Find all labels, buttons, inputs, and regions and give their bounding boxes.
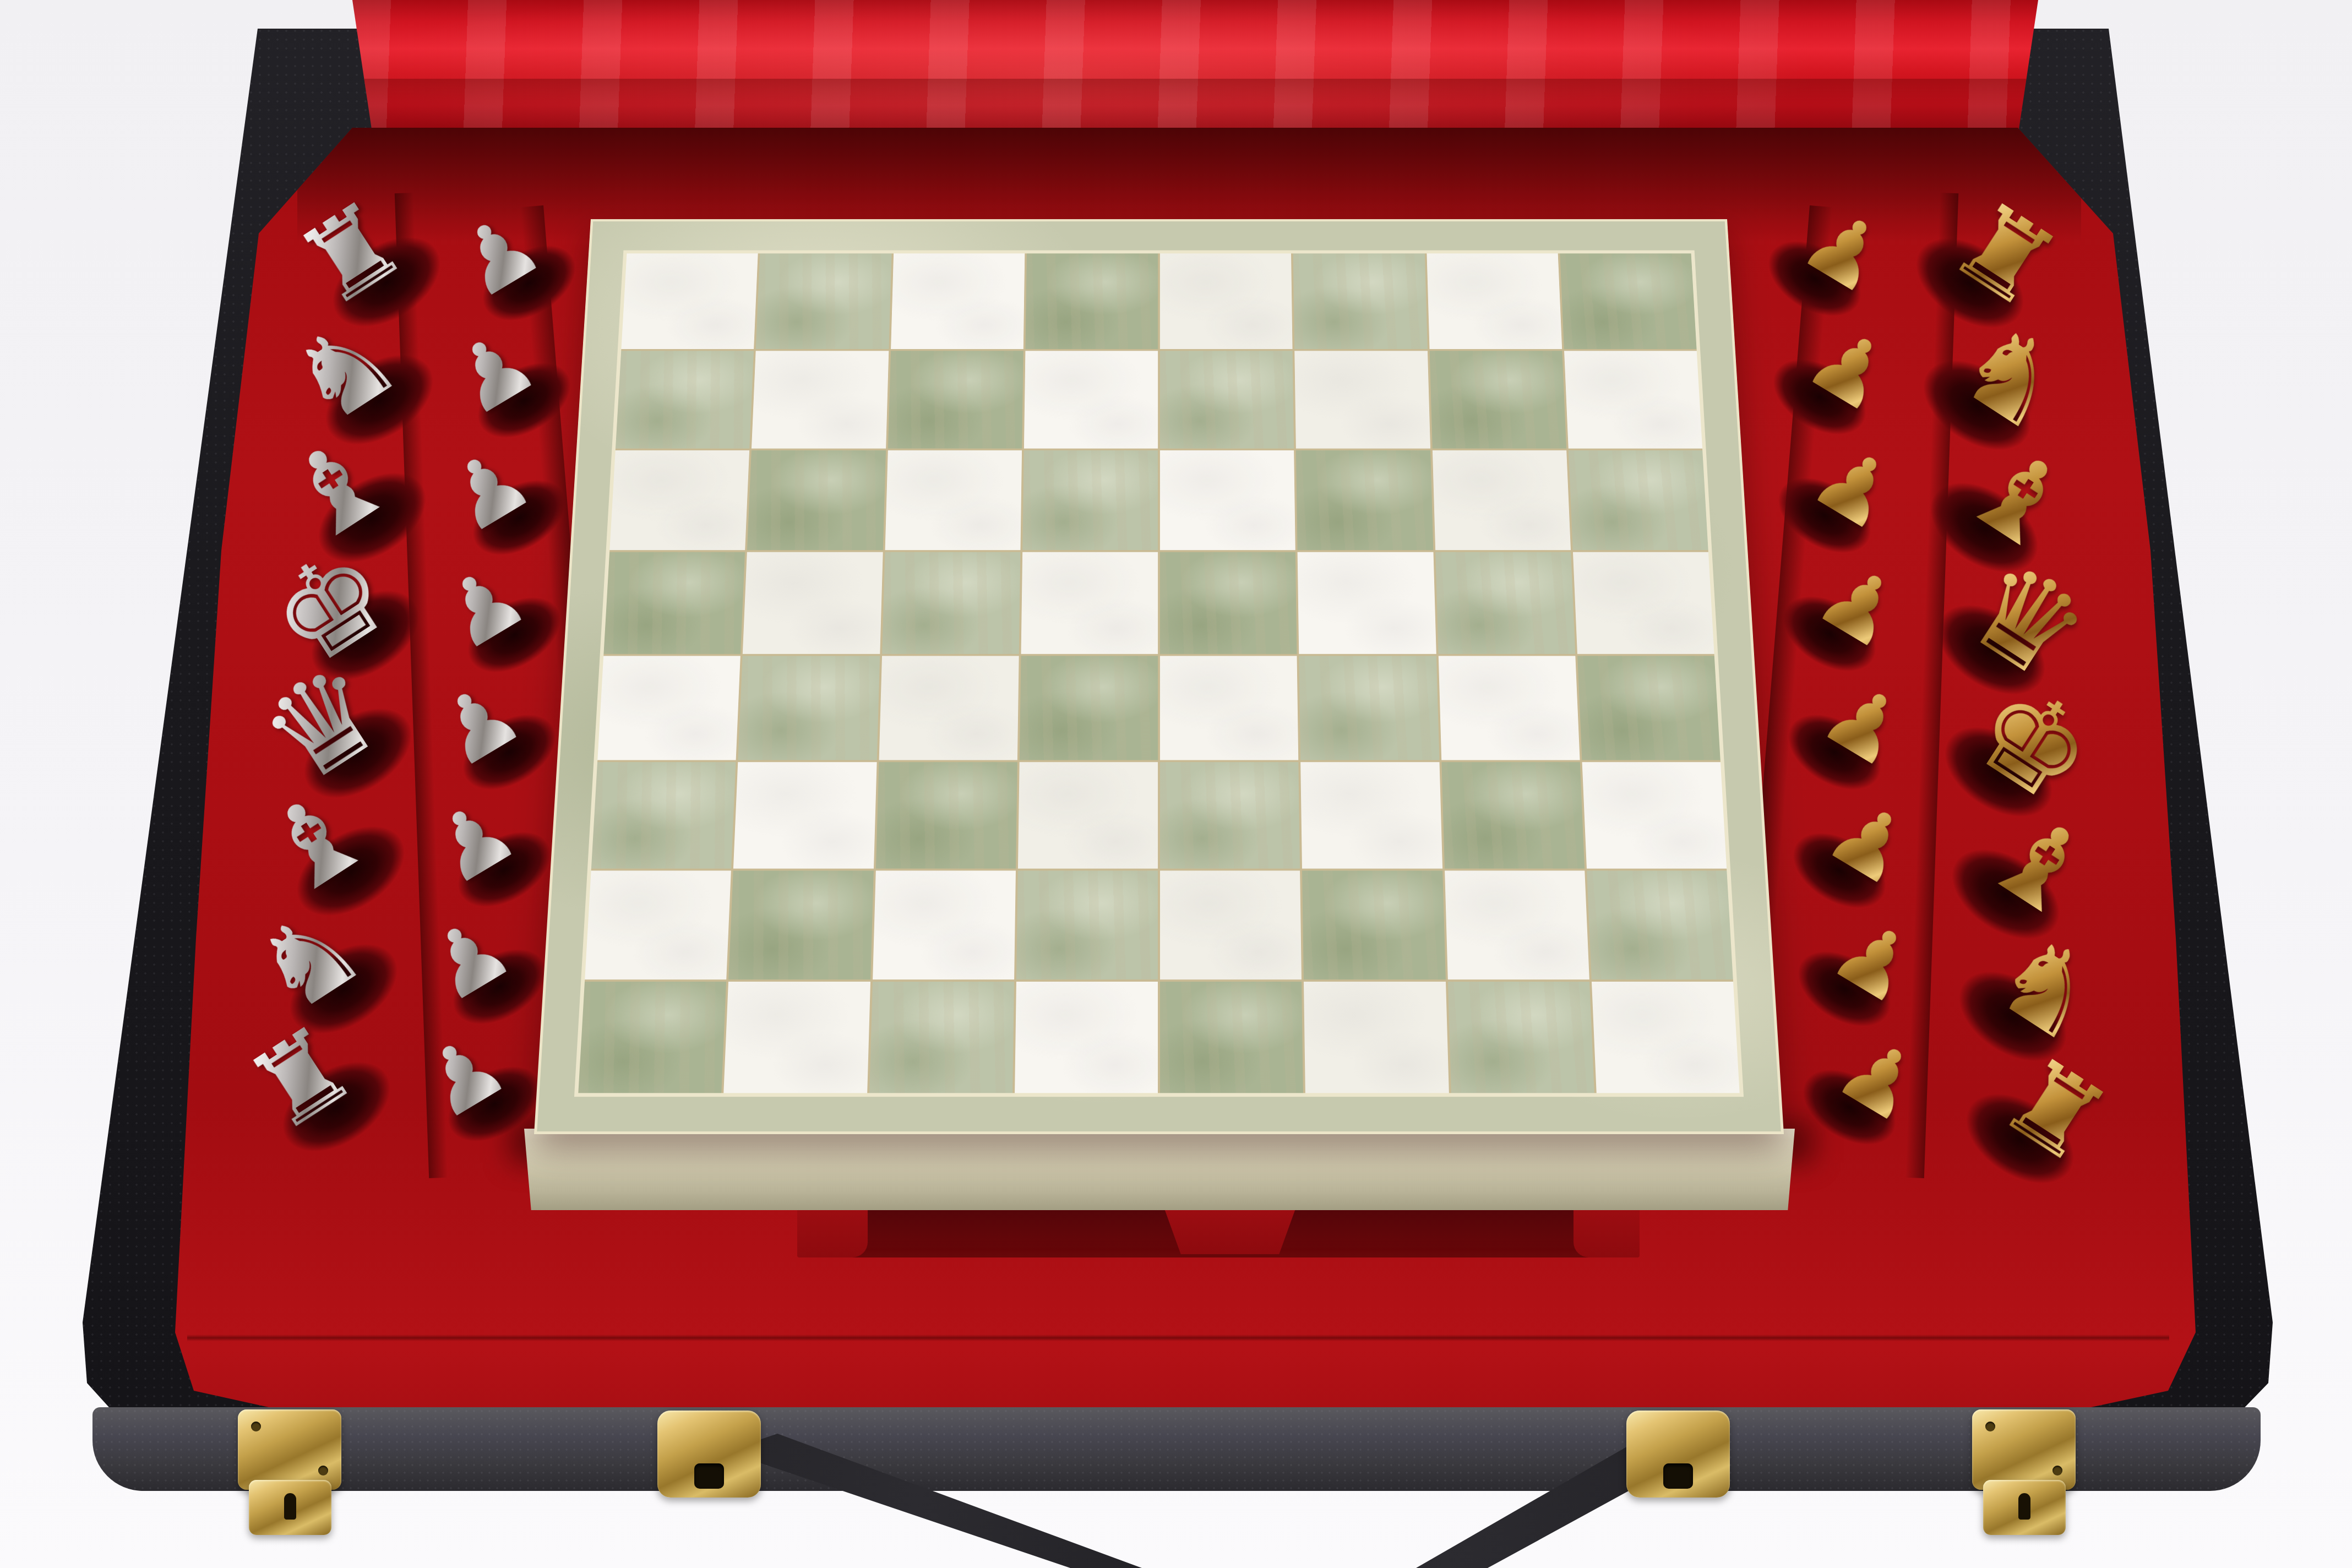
square-e5[interactable] xyxy=(1160,552,1297,654)
square-c4[interactable] xyxy=(879,656,1019,760)
square-c8[interactable] xyxy=(891,253,1025,349)
square-c7[interactable] xyxy=(888,351,1023,448)
square-h2[interactable] xyxy=(1587,870,1733,979)
square-b5[interactable] xyxy=(743,552,883,654)
square-e1[interactable] xyxy=(1160,982,1303,1093)
right-tray-groove xyxy=(1905,193,1958,1178)
square-d4[interactable] xyxy=(1020,656,1158,760)
square-a1[interactable] xyxy=(578,982,726,1093)
square-f8[interactable] xyxy=(1293,253,1427,349)
square-a2[interactable] xyxy=(585,870,731,979)
square-a6[interactable] xyxy=(609,450,749,550)
square-b3[interactable] xyxy=(733,762,876,868)
square-h3[interactable] xyxy=(1582,762,1727,868)
square-e7[interactable] xyxy=(1160,351,1294,448)
square-g1[interactable] xyxy=(1447,982,1594,1093)
square-g5[interactable] xyxy=(1435,552,1575,654)
square-f4[interactable] xyxy=(1299,656,1439,760)
square-h7[interactable] xyxy=(1564,351,1702,448)
square-h6[interactable] xyxy=(1569,450,1708,550)
keyhole-icon xyxy=(284,1493,296,1520)
handle-anchor-hole xyxy=(694,1463,724,1489)
square-b4[interactable] xyxy=(738,656,880,760)
square-g3[interactable] xyxy=(1441,762,1585,868)
square-a7[interactable] xyxy=(616,351,754,448)
square-h1[interactable] xyxy=(1592,982,1740,1093)
square-g6[interactable] xyxy=(1432,450,1570,550)
square-f5[interactable] xyxy=(1298,552,1436,654)
square-c5[interactable] xyxy=(882,552,1021,654)
latch-hasp[interactable] xyxy=(249,1480,331,1535)
velvet-seam xyxy=(187,1335,2169,1341)
square-e8[interactable] xyxy=(1160,253,1293,349)
square-d2[interactable] xyxy=(1016,870,1158,979)
square-b2[interactable] xyxy=(728,870,873,979)
board-squares xyxy=(574,251,1744,1097)
lid-satin-lining xyxy=(352,0,2038,135)
square-f2[interactable] xyxy=(1302,870,1445,979)
square-e4[interactable] xyxy=(1160,656,1299,760)
square-c3[interactable] xyxy=(875,762,1017,868)
square-g4[interactable] xyxy=(1438,656,1580,760)
square-b8[interactable] xyxy=(756,253,891,349)
handle-anchor-hole xyxy=(1663,1463,1693,1489)
chess-board xyxy=(534,219,1784,1134)
keyhole-icon xyxy=(2018,1493,2030,1520)
square-d6[interactable] xyxy=(1022,450,1158,550)
square-c6[interactable] xyxy=(885,450,1022,550)
square-c1[interactable] xyxy=(869,982,1014,1093)
square-b7[interactable] xyxy=(752,351,889,448)
case-front-wall xyxy=(92,1407,2261,1491)
square-h8[interactable] xyxy=(1560,253,1696,349)
square-f1[interactable] xyxy=(1304,982,1449,1093)
case-latch-right[interactable] xyxy=(1972,1409,2076,1490)
photo-stage: ♜♞♝♚♛♝♞♜♟♟♟♟♟♟♟♟♟♟♟♟♟♟♟♟♜♞♝♛♚♝♞♜ xyxy=(0,0,2352,1568)
square-g2[interactable] xyxy=(1445,870,1589,979)
square-f3[interactable] xyxy=(1300,762,1442,868)
square-a5[interactable] xyxy=(603,552,745,654)
square-f7[interactable] xyxy=(1294,351,1430,448)
square-h4[interactable] xyxy=(1577,656,1721,760)
square-d1[interactable] xyxy=(1015,982,1158,1093)
square-e3[interactable] xyxy=(1160,762,1300,868)
square-d7[interactable] xyxy=(1024,351,1158,448)
square-g8[interactable] xyxy=(1427,253,1562,349)
handle-anchor-left xyxy=(657,1411,761,1498)
square-e2[interactable] xyxy=(1160,870,1302,979)
square-a4[interactable] xyxy=(597,656,741,760)
latch-hasp[interactable] xyxy=(1983,1480,2066,1535)
board-front-edge xyxy=(524,1129,1795,1210)
square-d8[interactable] xyxy=(1025,253,1158,349)
square-e6[interactable] xyxy=(1160,450,1295,550)
square-c2[interactable] xyxy=(873,870,1016,979)
square-b6[interactable] xyxy=(747,450,885,550)
square-d3[interactable] xyxy=(1018,762,1158,868)
square-g7[interactable] xyxy=(1429,351,1566,448)
square-d5[interactable] xyxy=(1021,552,1158,654)
square-f6[interactable] xyxy=(1296,450,1433,550)
square-h5[interactable] xyxy=(1573,552,1714,654)
square-a3[interactable] xyxy=(591,762,736,868)
board-border xyxy=(534,219,1784,1134)
case-latch-left[interactable] xyxy=(238,1409,341,1490)
square-b1[interactable] xyxy=(723,982,870,1093)
handle-anchor-right xyxy=(1626,1411,1730,1498)
square-a8[interactable] xyxy=(621,253,758,349)
